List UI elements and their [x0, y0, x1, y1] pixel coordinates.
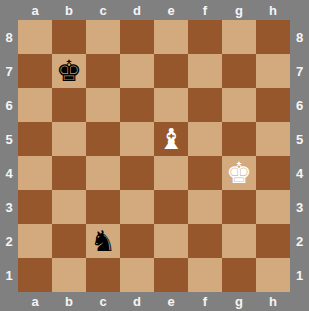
square-e6[interactable]: [154, 88, 188, 122]
file-label-h-top: h: [256, 0, 290, 20]
rank-label-7-right: 7: [290, 54, 309, 88]
square-h7[interactable]: [256, 54, 290, 88]
square-e8[interactable]: [154, 20, 188, 54]
square-f8[interactable]: [188, 20, 222, 54]
square-f6[interactable]: [188, 88, 222, 122]
rank-label-3-right: 3: [290, 190, 309, 224]
square-g3[interactable]: [222, 190, 256, 224]
square-d3[interactable]: [120, 190, 154, 224]
piece-white-king[interactable]: ♚: [226, 156, 252, 190]
square-e3[interactable]: [154, 190, 188, 224]
square-c4[interactable]: [86, 156, 120, 190]
square-g4[interactable]: ♚: [222, 156, 256, 190]
border-corner: [0, 0, 18, 20]
square-b3[interactable]: [52, 190, 86, 224]
square-b1[interactable]: [52, 258, 86, 292]
square-b6[interactable]: [52, 88, 86, 122]
square-b4[interactable]: [52, 156, 86, 190]
file-label-a-bottom: a: [18, 292, 52, 311]
square-h5[interactable]: [256, 122, 290, 156]
square-h2[interactable]: [256, 224, 290, 258]
square-f4[interactable]: [188, 156, 222, 190]
file-label-b-top: b: [52, 0, 86, 20]
square-g7[interactable]: [222, 54, 256, 88]
rank-label-8-right: 8: [290, 20, 309, 54]
piece-black-king[interactable]: ♚: [56, 54, 82, 88]
rank-label-2-left: 2: [0, 224, 18, 258]
square-h6[interactable]: [256, 88, 290, 122]
rank-label-6-left: 6: [0, 88, 18, 122]
border-corner: [290, 0, 309, 20]
rank-label-1-left: 1: [0, 258, 18, 292]
rank-label-8-left: 8: [0, 20, 18, 54]
square-c3[interactable]: [86, 190, 120, 224]
square-h4[interactable]: [256, 156, 290, 190]
square-f2[interactable]: [188, 224, 222, 258]
file-label-d-top: d: [120, 0, 154, 20]
square-d7[interactable]: [120, 54, 154, 88]
square-a5[interactable]: [18, 122, 52, 156]
file-label-e-top: e: [154, 0, 188, 20]
square-e1[interactable]: [154, 258, 188, 292]
piece-white-bishop[interactable]: ♝: [158, 122, 184, 156]
square-f5[interactable]: [188, 122, 222, 156]
square-a1[interactable]: [18, 258, 52, 292]
square-f1[interactable]: [188, 258, 222, 292]
piece-black-knight[interactable]: ♞: [90, 224, 116, 258]
square-c7[interactable]: [86, 54, 120, 88]
rank-label-5-right: 5: [290, 122, 309, 156]
file-label-g-top: g: [222, 0, 256, 20]
square-c6[interactable]: [86, 88, 120, 122]
square-f3[interactable]: [188, 190, 222, 224]
file-label-c-top: c: [86, 0, 120, 20]
rank-label-3-left: 3: [0, 190, 18, 224]
file-label-f-top: f: [188, 0, 222, 20]
square-a2[interactable]: [18, 224, 52, 258]
square-h8[interactable]: [256, 20, 290, 54]
square-h1[interactable]: [256, 258, 290, 292]
square-d1[interactable]: [120, 258, 154, 292]
border-corner: [290, 292, 309, 311]
square-b2[interactable]: [52, 224, 86, 258]
file-label-g-bottom: g: [222, 292, 256, 311]
square-g5[interactable]: [222, 122, 256, 156]
file-label-e-bottom: e: [154, 292, 188, 311]
file-label-c-bottom: c: [86, 292, 120, 311]
file-label-f-bottom: f: [188, 292, 222, 311]
square-a7[interactable]: [18, 54, 52, 88]
square-c2[interactable]: ♞: [86, 224, 120, 258]
square-e7[interactable]: [154, 54, 188, 88]
square-b7[interactable]: ♚: [52, 54, 86, 88]
rank-label-5-left: 5: [0, 122, 18, 156]
rank-label-4-left: 4: [0, 156, 18, 190]
rank-label-2-right: 2: [290, 224, 309, 258]
square-g8[interactable]: [222, 20, 256, 54]
file-label-b-bottom: b: [52, 292, 86, 311]
square-g6[interactable]: [222, 88, 256, 122]
square-b8[interactable]: [52, 20, 86, 54]
square-a3[interactable]: [18, 190, 52, 224]
rank-label-4-right: 4: [290, 156, 309, 190]
square-f7[interactable]: [188, 54, 222, 88]
square-d4[interactable]: [120, 156, 154, 190]
square-g1[interactable]: [222, 258, 256, 292]
square-e5[interactable]: ♝: [154, 122, 188, 156]
rank-label-1-right: 1: [290, 258, 309, 292]
file-label-a-top: a: [18, 0, 52, 20]
square-d2[interactable]: [120, 224, 154, 258]
rank-label-6-right: 6: [290, 88, 309, 122]
chessboard-frame: abcdefgh887♚7665♝54♚4332♞211abcdefgh: [0, 0, 309, 311]
square-c5[interactable]: [86, 122, 120, 156]
file-label-h-bottom: h: [256, 292, 290, 311]
square-a4[interactable]: [18, 156, 52, 190]
border-corner: [0, 292, 18, 311]
square-d6[interactable]: [120, 88, 154, 122]
square-d5[interactable]: [120, 122, 154, 156]
square-a8[interactable]: [18, 20, 52, 54]
square-g2[interactable]: [222, 224, 256, 258]
square-e2[interactable]: [154, 224, 188, 258]
square-a6[interactable]: [18, 88, 52, 122]
file-label-d-bottom: d: [120, 292, 154, 311]
square-d8[interactable]: [120, 20, 154, 54]
square-c1[interactable]: [86, 258, 120, 292]
square-c8[interactable]: [86, 20, 120, 54]
square-h3[interactable]: [256, 190, 290, 224]
square-e4[interactable]: [154, 156, 188, 190]
rank-label-7-left: 7: [0, 54, 18, 88]
square-b5[interactable]: [52, 122, 86, 156]
